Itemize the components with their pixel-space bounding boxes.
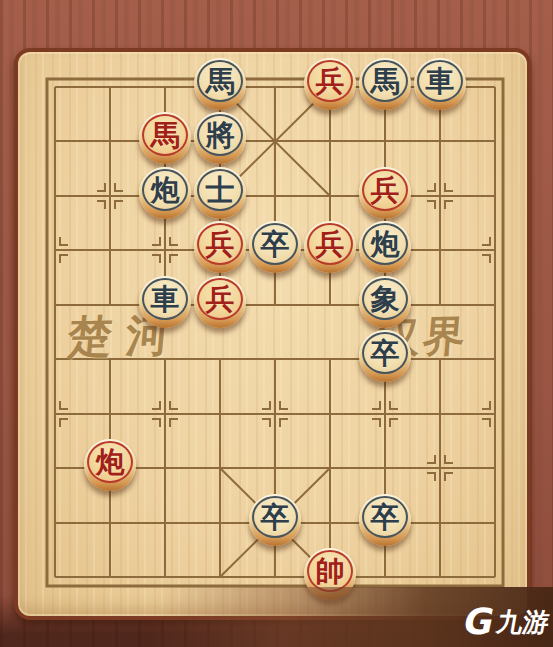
piece-label: 帥 bbox=[307, 550, 353, 592]
piece-black-advisor[interactable]: 士 bbox=[194, 167, 246, 219]
piece-red-soldier[interactable]: 兵 bbox=[304, 221, 356, 273]
watermark-bar: G 九游 bbox=[0, 587, 553, 647]
piece-label: 象 bbox=[362, 278, 408, 320]
piece-label: 兵 bbox=[307, 223, 353, 265]
piece-label: 卒 bbox=[362, 496, 408, 538]
piece-label: 炮 bbox=[87, 441, 133, 483]
watermark-text: 九游 bbox=[495, 609, 552, 635]
piece-black-general[interactable]: 將 bbox=[194, 112, 246, 164]
piece-label: 士 bbox=[197, 169, 243, 211]
ninegame-watermark: G 九游 bbox=[464, 604, 549, 640]
piece-black-horse[interactable]: 馬 bbox=[359, 58, 411, 110]
piece-black-cannon[interactable]: 炮 bbox=[359, 221, 411, 273]
piece-red-soldier[interactable]: 兵 bbox=[194, 221, 246, 273]
piece-black-chariot[interactable]: 車 bbox=[414, 58, 466, 110]
piece-black-chariot[interactable]: 車 bbox=[139, 276, 191, 328]
piece-red-soldier[interactable]: 兵 bbox=[304, 58, 356, 110]
piece-black-horse[interactable]: 馬 bbox=[194, 58, 246, 110]
piece-label: 將 bbox=[197, 114, 243, 156]
piece-black-soldier[interactable]: 卒 bbox=[359, 494, 411, 546]
app-background: { "game": "xiangqi (Chinese chess)", "po… bbox=[0, 0, 553, 647]
piece-label: 卒 bbox=[252, 223, 298, 265]
piece-label: 兵 bbox=[362, 169, 408, 211]
piece-black-elephant[interactable]: 象 bbox=[359, 276, 411, 328]
piece-black-soldier[interactable]: 卒 bbox=[249, 494, 301, 546]
piece-red-horse[interactable]: 馬 bbox=[139, 112, 191, 164]
piece-black-soldier[interactable]: 卒 bbox=[359, 330, 411, 382]
piece-label: 車 bbox=[417, 60, 463, 102]
piece-label: 卒 bbox=[362, 332, 408, 374]
piece-black-cannon[interactable]: 炮 bbox=[139, 167, 191, 219]
ninegame-logo-icon: G bbox=[461, 604, 498, 640]
piece-label: 兵 bbox=[197, 223, 243, 265]
piece-label: 馬 bbox=[197, 60, 243, 102]
piece-red-cannon[interactable]: 炮 bbox=[84, 439, 136, 491]
piece-label: 炮 bbox=[142, 169, 188, 211]
piece-black-soldier[interactable]: 卒 bbox=[249, 221, 301, 273]
piece-label: 兵 bbox=[307, 60, 353, 102]
piece-label: 馬 bbox=[362, 60, 408, 102]
piece-label: 車 bbox=[142, 278, 188, 320]
piece-red-soldier[interactable]: 兵 bbox=[194, 276, 246, 328]
piece-label: 兵 bbox=[197, 278, 243, 320]
piece-label: 炮 bbox=[362, 223, 408, 265]
piece-label: 卒 bbox=[252, 496, 298, 538]
piece-red-soldier[interactable]: 兵 bbox=[359, 167, 411, 219]
piece-label: 馬 bbox=[142, 114, 188, 156]
